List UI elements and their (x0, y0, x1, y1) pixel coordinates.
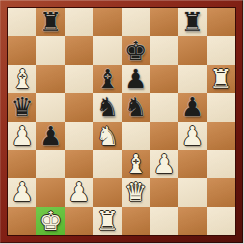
piece-black-king-e7[interactable]: ♚ (124, 37, 147, 65)
square-h5[interactable] (207, 93, 235, 121)
piece-white-king-b1[interactable]: ♚ (39, 207, 62, 235)
square-h8[interactable] (207, 8, 235, 36)
square-c6[interactable] (65, 65, 93, 93)
square-c7[interactable] (65, 36, 93, 64)
piece-black-knight-e5[interactable]: ♞ (124, 93, 147, 121)
piece-white-pawn-a4[interactable]: ♟ (11, 122, 34, 150)
square-g3[interactable] (178, 150, 206, 178)
piece-black-queen-a5[interactable]: ♛ (11, 93, 34, 121)
piece-black-knight-d5[interactable]: ♞ (96, 93, 119, 121)
square-f3[interactable]: ♟ (150, 150, 178, 178)
square-d8[interactable] (93, 8, 121, 36)
square-e6[interactable]: ♟ (122, 65, 150, 93)
square-f2[interactable] (150, 178, 178, 206)
square-b7[interactable] (36, 36, 64, 64)
square-g7[interactable] (178, 36, 206, 64)
square-b8[interactable]: ♜ (36, 8, 64, 36)
square-a1[interactable] (8, 207, 36, 235)
piece-white-bishop-e3[interactable]: ♝ (124, 150, 147, 178)
square-g8[interactable]: ♜ (178, 8, 206, 36)
chess-board: ♜♜♚♝♝♟♜♛♞♞♟♟♟♞♟♝♟♟♟♛♚♜ (8, 8, 235, 235)
piece-black-pawn-b4[interactable]: ♟ (39, 122, 62, 150)
square-e4[interactable] (122, 122, 150, 150)
square-d7[interactable] (93, 36, 121, 64)
square-g6[interactable] (178, 65, 206, 93)
piece-white-pawn-a2[interactable]: ♟ (11, 178, 34, 206)
piece-black-rook-g8[interactable]: ♜ (181, 8, 204, 36)
square-f6[interactable] (150, 65, 178, 93)
piece-white-rook-d1[interactable]: ♜ (96, 207, 119, 235)
square-f1[interactable] (150, 207, 178, 235)
square-a6[interactable]: ♝ (8, 65, 36, 93)
square-f4[interactable] (150, 122, 178, 150)
square-g1[interactable] (178, 207, 206, 235)
square-b1[interactable]: ♚ (36, 207, 64, 235)
square-d4[interactable]: ♞ (93, 122, 121, 150)
square-h1[interactable] (207, 207, 235, 235)
piece-black-pawn-e6[interactable]: ♟ (124, 65, 147, 93)
square-d5[interactable]: ♞ (93, 93, 121, 121)
piece-white-pawn-c2[interactable]: ♟ (67, 178, 90, 206)
square-f5[interactable] (150, 93, 178, 121)
square-f7[interactable] (150, 36, 178, 64)
piece-white-pawn-f3[interactable]: ♟ (152, 150, 175, 178)
square-d6[interactable]: ♝ (93, 65, 121, 93)
square-h3[interactable] (207, 150, 235, 178)
square-g2[interactable] (178, 178, 206, 206)
piece-white-queen-e2[interactable]: ♛ (124, 178, 147, 206)
square-e7[interactable]: ♚ (122, 36, 150, 64)
piece-white-knight-d4[interactable]: ♞ (96, 122, 119, 150)
square-c4[interactable] (65, 122, 93, 150)
square-d3[interactable] (93, 150, 121, 178)
piece-white-pawn-g4[interactable]: ♟ (181, 122, 204, 150)
square-b5[interactable] (36, 93, 64, 121)
square-a4[interactable]: ♟ (8, 122, 36, 150)
square-b4[interactable]: ♟ (36, 122, 64, 150)
square-a2[interactable]: ♟ (8, 178, 36, 206)
square-h2[interactable] (207, 178, 235, 206)
square-b3[interactable] (36, 150, 64, 178)
piece-black-pawn-g5[interactable]: ♟ (181, 93, 204, 121)
square-h6[interactable]: ♜ (207, 65, 235, 93)
board-frame: ♜♜♚♝♝♟♜♛♞♞♟♟♟♞♟♝♟♟♟♛♚♜ (0, 0, 243, 243)
square-e2[interactable]: ♛ (122, 178, 150, 206)
square-d2[interactable] (93, 178, 121, 206)
square-f8[interactable] (150, 8, 178, 36)
chess-board-window: ♜♜♚♝♝♟♜♛♞♞♟♟♟♞♟♝♟♟♟♛♚♜ (0, 0, 244, 244)
square-g4[interactable]: ♟ (178, 122, 206, 150)
square-c2[interactable]: ♟ (65, 178, 93, 206)
square-c1[interactable] (65, 207, 93, 235)
square-a7[interactable] (8, 36, 36, 64)
square-a3[interactable] (8, 150, 36, 178)
square-e3[interactable]: ♝ (122, 150, 150, 178)
square-h7[interactable] (207, 36, 235, 64)
piece-black-rook-b8[interactable]: ♜ (39, 8, 62, 36)
square-h4[interactable] (207, 122, 235, 150)
square-b2[interactable] (36, 178, 64, 206)
square-c3[interactable] (65, 150, 93, 178)
square-b6[interactable] (36, 65, 64, 93)
square-e8[interactable] (122, 8, 150, 36)
square-d1[interactable]: ♜ (93, 207, 121, 235)
piece-white-bishop-a6[interactable]: ♝ (11, 65, 34, 93)
square-a8[interactable] (8, 8, 36, 36)
square-c5[interactable] (65, 93, 93, 121)
square-g5[interactable]: ♟ (178, 93, 206, 121)
piece-black-bishop-d6[interactable]: ♝ (96, 65, 119, 93)
square-e1[interactable] (122, 207, 150, 235)
square-a5[interactable]: ♛ (8, 93, 36, 121)
square-e5[interactable]: ♞ (122, 93, 150, 121)
square-c8[interactable] (65, 8, 93, 36)
piece-white-rook-h6[interactable]: ♜ (209, 65, 232, 93)
